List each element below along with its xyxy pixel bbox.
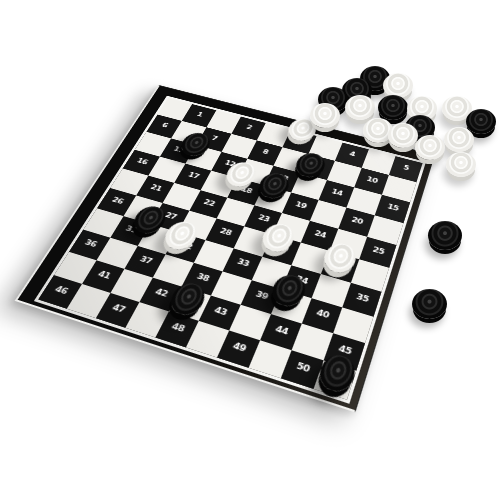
photo-scene: 1234567891011121314151617181920212223242… xyxy=(0,0,500,500)
off-board-black-piece-18[interactable] xyxy=(412,289,447,319)
off-board-white-piece-13[interactable] xyxy=(388,123,418,148)
off-board-white-piece-15[interactable] xyxy=(415,135,445,160)
off-board-white-piece-9[interactable] xyxy=(310,103,340,128)
off-board-black-piece-6[interactable] xyxy=(378,95,408,120)
off-board-white-piece-5[interactable] xyxy=(345,95,375,120)
board-grid: 1234567891011121314151617181920212223242… xyxy=(34,96,426,404)
off-board-black-piece-17[interactable] xyxy=(428,221,462,250)
off-board-white-piece-14[interactable] xyxy=(444,127,474,152)
off-board-white-piece-16[interactable] xyxy=(446,152,476,177)
off-board-black-piece-10[interactable] xyxy=(466,109,496,134)
off-board-white-piece-2[interactable] xyxy=(383,73,413,98)
